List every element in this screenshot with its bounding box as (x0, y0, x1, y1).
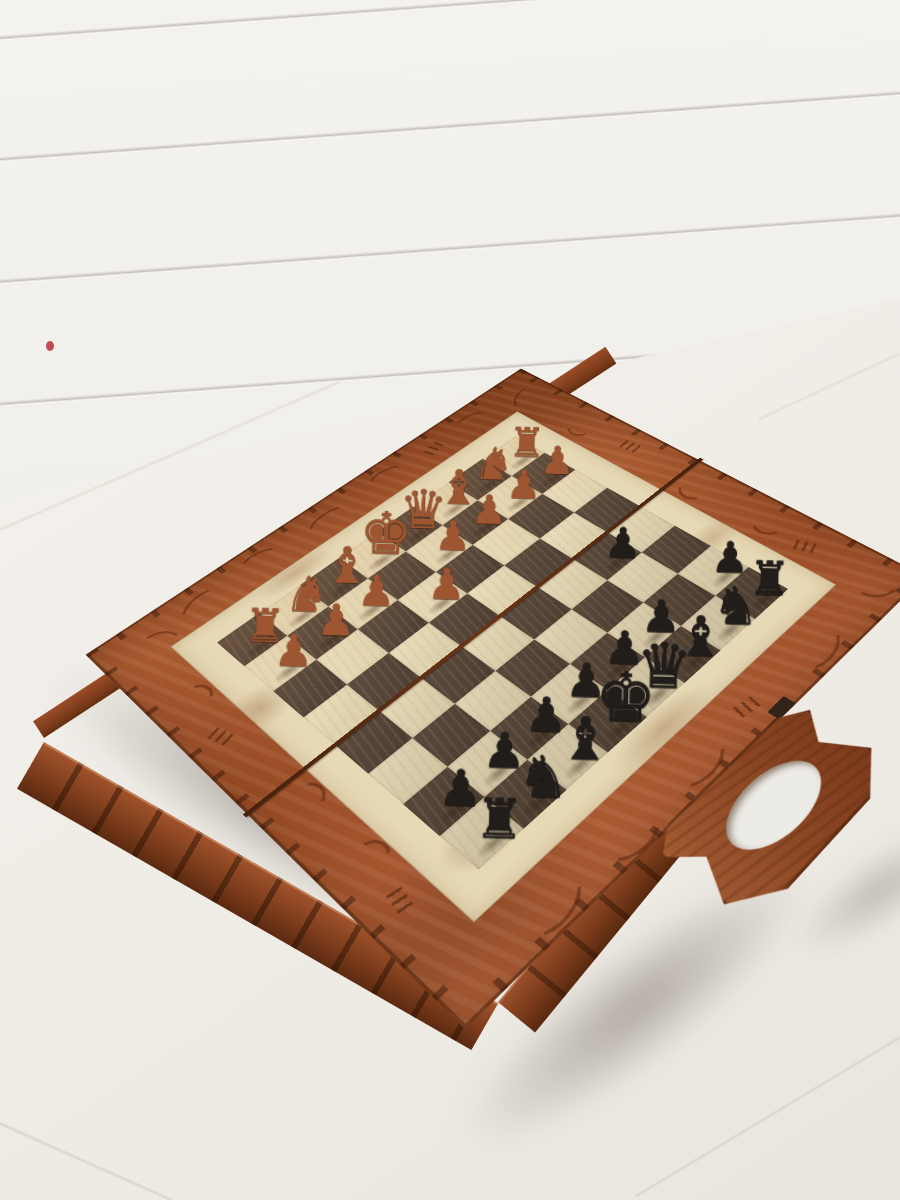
piece-black-pawn-b5[interactable]: ♟ (603, 522, 642, 565)
carving-arc (744, 498, 801, 539)
scene-3d: ♜♞♝♚♛♝♞♜♟♟♟♟♟♟♟♟♟♟♟♟♟♟♟♟♜♞♝♚♛♝♞♜ (0, 0, 900, 1200)
piece-white-pawn-c2[interactable]: ♟ (470, 490, 507, 531)
carving-leaf (585, 798, 671, 872)
piece-black-rook-h8[interactable]: ♜ (474, 791, 524, 847)
piece-white-pawn-e3[interactable]: ♟ (427, 563, 466, 606)
carving-arc (155, 679, 222, 731)
piece-white-pawn-g2[interactable]: ♟ (316, 599, 356, 643)
piece-white-pawn-f2[interactable]: ♟ (357, 570, 396, 613)
piece-white-pawn-b2[interactable]: ♟ (505, 465, 541, 505)
carving-claw (386, 886, 416, 918)
piece-white-pawn-a2[interactable]: ♟ (539, 441, 575, 480)
carving-arc (129, 629, 186, 667)
piece-white-pawn-h2[interactable]: ♟ (273, 629, 314, 674)
piece-black-pawn-a7[interactable]: ♟ (710, 536, 749, 580)
chess-box: ♜♞♝♚♛♝♞♜♟♟♟♟♟♟♟♟♟♟♟♟♟♟♟♟♜♞♝♚♛♝♞♜ (86, 369, 900, 1030)
carving-arc (848, 562, 900, 600)
photo-scene: ♜♞♝♚♛♝♞♜♟♟♟♟♟♟♟♟♟♟♟♟♟♟♟♟♜♞♝♚♛♝♞♜ (0, 0, 900, 1200)
piece-white-pawn-d2[interactable]: ♟ (434, 516, 472, 558)
carving-arc (509, 385, 549, 411)
carving-claw (207, 727, 238, 747)
carving-claw (423, 439, 446, 455)
carving-claw (729, 696, 761, 720)
carving-claw (616, 439, 641, 453)
handle-hole (708, 747, 840, 865)
carving-claw (788, 539, 817, 553)
